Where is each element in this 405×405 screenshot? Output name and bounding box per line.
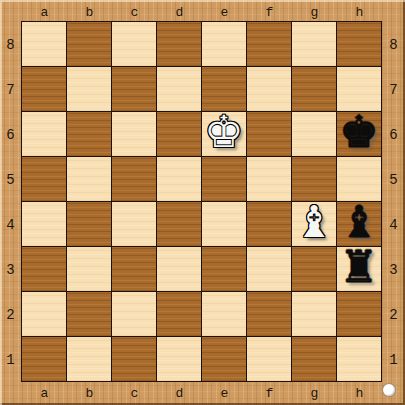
black-bishop-h4: ♝	[339, 200, 378, 244]
square-c7[interactable]	[112, 67, 156, 111]
square-b2[interactable]	[67, 292, 111, 336]
square-e7[interactable]	[202, 67, 246, 111]
white-to-move-indicator	[383, 384, 395, 396]
rank-label-3: 3	[0, 247, 21, 292]
rank-label-7: 7	[0, 67, 21, 112]
square-d5[interactable]	[157, 157, 201, 201]
square-d7[interactable]	[157, 67, 201, 111]
square-a1[interactable]	[22, 337, 66, 381]
file-label-e: e	[202, 386, 247, 402]
square-b7[interactable]	[67, 67, 111, 111]
square-a6[interactable]	[22, 112, 66, 156]
square-d3[interactable]	[157, 247, 201, 291]
square-c3[interactable]	[112, 247, 156, 291]
rank-label-3: 3	[382, 247, 405, 292]
square-b8[interactable]	[67, 22, 111, 66]
square-d6[interactable]	[157, 112, 201, 156]
file-label-g: g	[292, 386, 337, 402]
square-b3[interactable]	[67, 247, 111, 291]
square-e3[interactable]	[202, 247, 246, 291]
square-a7[interactable]	[22, 67, 66, 111]
square-f8[interactable]	[247, 22, 291, 66]
file-label-f: f	[247, 386, 292, 402]
file-label-c: c	[112, 386, 157, 402]
square-g3[interactable]	[292, 247, 336, 291]
square-e2[interactable]	[202, 292, 246, 336]
rank-label-2: 2	[382, 292, 405, 337]
rank-label-6: 6	[382, 112, 405, 157]
square-b1[interactable]	[67, 337, 111, 381]
file-label-c: c	[112, 5, 157, 21]
square-g5[interactable]	[292, 157, 336, 201]
black-king-h6: ♚	[339, 110, 378, 154]
square-c1[interactable]	[112, 337, 156, 381]
black-rook-h3: ♜	[339, 245, 378, 289]
square-g4[interactable]: ♝	[292, 202, 336, 246]
square-d8[interactable]	[157, 22, 201, 66]
rank-label-8: 8	[382, 22, 405, 67]
square-a4[interactable]	[22, 202, 66, 246]
file-label-d: d	[157, 386, 202, 402]
file-labels-top: abcdefgh	[22, 0, 382, 21]
file-label-h: h	[337, 5, 382, 21]
square-c6[interactable]	[112, 112, 156, 156]
rank-label-7: 7	[382, 67, 405, 112]
square-h5[interactable]	[337, 157, 381, 201]
rank-label-2: 2	[0, 292, 21, 337]
square-e5[interactable]	[202, 157, 246, 201]
rank-label-8: 8	[0, 22, 21, 67]
white-bishop-g4: ♝	[294, 200, 333, 244]
rank-label-1: 1	[0, 337, 21, 382]
square-a8[interactable]	[22, 22, 66, 66]
square-h8[interactable]	[337, 22, 381, 66]
white-king-e6: ♚	[204, 110, 243, 154]
square-a2[interactable]	[22, 292, 66, 336]
square-e4[interactable]	[202, 202, 246, 246]
square-d1[interactable]	[157, 337, 201, 381]
square-h4[interactable]: ♝	[337, 202, 381, 246]
rank-label-4: 4	[0, 202, 21, 247]
rank-label-6: 6	[0, 112, 21, 157]
file-label-e: e	[202, 5, 247, 21]
file-label-b: b	[67, 5, 112, 21]
square-c8[interactable]	[112, 22, 156, 66]
square-f3[interactable]	[247, 247, 291, 291]
square-b6[interactable]	[67, 112, 111, 156]
square-g7[interactable]	[292, 67, 336, 111]
rank-label-1: 1	[382, 337, 405, 382]
square-a3[interactable]	[22, 247, 66, 291]
square-d2[interactable]	[157, 292, 201, 336]
file-label-h: h	[337, 386, 382, 402]
chess-board-window: abcdefgh abcdefgh 87654321 87654321 ♚♚♝♝…	[0, 0, 405, 405]
square-h7[interactable]	[337, 67, 381, 111]
square-e1[interactable]	[202, 337, 246, 381]
square-e8[interactable]	[202, 22, 246, 66]
square-g6[interactable]	[292, 112, 336, 156]
square-h1[interactable]	[337, 337, 381, 381]
rank-label-4: 4	[382, 202, 405, 247]
square-g1[interactable]	[292, 337, 336, 381]
file-label-a: a	[22, 5, 67, 21]
square-f6[interactable]	[247, 112, 291, 156]
square-b5[interactable]	[67, 157, 111, 201]
square-e6[interactable]: ♚	[202, 112, 246, 156]
rank-label-5: 5	[0, 157, 21, 202]
square-d4[interactable]	[157, 202, 201, 246]
square-h6[interactable]: ♚	[337, 112, 381, 156]
square-a5[interactable]	[22, 157, 66, 201]
rank-labels-left: 87654321	[0, 22, 21, 382]
square-c5[interactable]	[112, 157, 156, 201]
square-f5[interactable]	[247, 157, 291, 201]
square-h2[interactable]	[337, 292, 381, 336]
file-label-d: d	[157, 5, 202, 21]
square-f4[interactable]	[247, 202, 291, 246]
square-f7[interactable]	[247, 67, 291, 111]
square-c2[interactable]	[112, 292, 156, 336]
file-labels-bottom: abcdefgh	[22, 382, 382, 405]
square-f1[interactable]	[247, 337, 291, 381]
square-h3[interactable]: ♜	[337, 247, 381, 291]
square-b4[interactable]	[67, 202, 111, 246]
square-g2[interactable]	[292, 292, 336, 336]
file-label-b: b	[67, 386, 112, 402]
board: ♚♚♝♝♜	[21, 21, 382, 382]
file-label-f: f	[247, 5, 292, 21]
file-label-a: a	[22, 386, 67, 402]
rank-label-5: 5	[382, 157, 405, 202]
file-label-g: g	[292, 5, 337, 21]
square-f2[interactable]	[247, 292, 291, 336]
rank-labels-right: 87654321	[382, 22, 405, 382]
square-c4[interactable]	[112, 202, 156, 246]
square-g8[interactable]	[292, 22, 336, 66]
